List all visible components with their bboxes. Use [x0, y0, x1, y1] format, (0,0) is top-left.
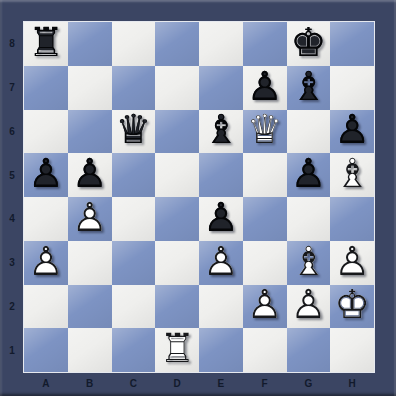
rank-labels: 87654321 [0, 22, 24, 372]
piece-white-bishop-h5[interactable]: ♝♗ [330, 153, 374, 197]
piece-outline-icon: ♖ [24, 20, 68, 64]
piece-outline-icon: ♙ [243, 64, 287, 108]
square-h5[interactable]: ♝♗ [330, 153, 374, 197]
square-d2[interactable] [155, 285, 199, 329]
piece-white-rook-d1[interactable]: ♜♖ [155, 328, 199, 372]
file-labels: ABCDEFGH [24, 373, 374, 393]
square-b4[interactable]: ♟♙ [68, 197, 112, 241]
square-e2[interactable] [199, 285, 243, 329]
square-g5[interactable]: ♟♙ [287, 153, 331, 197]
file-label-b: B [68, 373, 112, 393]
piece-white-queen-f6[interactable]: ♛♕ [243, 110, 287, 154]
square-h6[interactable]: ♟♙ [330, 110, 374, 154]
square-g8[interactable]: ♚♔ [287, 22, 331, 66]
square-h8[interactable] [330, 22, 374, 66]
piece-black-pawn-b5[interactable]: ♟♙ [68, 153, 112, 197]
square-g2[interactable]: ♟♙ [287, 285, 331, 329]
piece-outline-icon: ♙ [243, 283, 287, 327]
square-f1[interactable] [243, 328, 287, 372]
square-f8[interactable] [243, 22, 287, 66]
square-a4[interactable] [24, 197, 68, 241]
file-label-f: F [243, 373, 287, 393]
piece-black-pawn-f7[interactable]: ♟♙ [243, 66, 287, 110]
square-a1[interactable] [24, 328, 68, 372]
square-f7[interactable]: ♟♙ [243, 66, 287, 110]
square-b8[interactable] [68, 22, 112, 66]
square-a2[interactable] [24, 285, 68, 329]
file-label-g: G [287, 373, 331, 393]
rank-label-4: 4 [0, 197, 24, 241]
piece-black-rook-a8[interactable]: ♜♖ [24, 22, 68, 66]
rank-label-8: 8 [0, 22, 24, 66]
square-c4[interactable] [112, 197, 156, 241]
rank-label-3: 3 [0, 241, 24, 285]
square-d3[interactable] [155, 241, 199, 285]
piece-white-king-h2[interactable]: ♚♔ [330, 285, 374, 329]
rank-label-1: 1 [0, 328, 24, 372]
square-c2[interactable] [112, 285, 156, 329]
square-g7[interactable]: ♝♗ [287, 66, 331, 110]
square-f6[interactable]: ♛♕ [243, 110, 287, 154]
piece-outline-icon: ♙ [330, 239, 374, 283]
file-label-a: A [24, 373, 68, 393]
piece-outline-icon: ♖ [155, 326, 199, 370]
piece-white-pawn-f2[interactable]: ♟♙ [243, 285, 287, 329]
piece-white-pawn-g2[interactable]: ♟♙ [287, 285, 331, 329]
piece-white-bishop-g3[interactable]: ♝♗ [287, 241, 331, 285]
piece-black-pawn-a5[interactable]: ♟♙ [24, 153, 68, 197]
piece-outline-icon: ♔ [330, 283, 374, 327]
square-e7[interactable] [199, 66, 243, 110]
square-d5[interactable] [155, 153, 199, 197]
square-f5[interactable] [243, 153, 287, 197]
piece-outline-icon: ♙ [24, 151, 68, 195]
piece-outline-icon: ♗ [287, 239, 331, 283]
piece-black-king-g8[interactable]: ♚♔ [287, 22, 331, 66]
file-label-e: E [199, 373, 243, 393]
square-e5[interactable] [199, 153, 243, 197]
square-e1[interactable] [199, 328, 243, 372]
file-label-c: C [112, 373, 156, 393]
chess-board-frame: 87654321 ABCDEFGH ♜♖♚♔♟♙♝♗♛♕♝♗♛♕♟♙♟♙♟♙♟♙… [0, 0, 396, 396]
square-b7[interactable] [68, 66, 112, 110]
square-h3[interactable]: ♟♙ [330, 241, 374, 285]
square-a7[interactable] [24, 66, 68, 110]
square-e4[interactable]: ♟♙ [199, 197, 243, 241]
square-d6[interactable] [155, 110, 199, 154]
rank-label-5: 5 [0, 153, 24, 197]
square-b2[interactable] [68, 285, 112, 329]
square-f3[interactable] [243, 241, 287, 285]
piece-white-pawn-a3[interactable]: ♟♙ [24, 241, 68, 285]
square-e8[interactable] [199, 22, 243, 66]
square-c5[interactable] [112, 153, 156, 197]
piece-black-pawn-e4[interactable]: ♟♙ [199, 197, 243, 241]
square-h2[interactable]: ♚♔ [330, 285, 374, 329]
piece-white-pawn-e3[interactable]: ♟♙ [199, 241, 243, 285]
square-h1[interactable] [330, 328, 374, 372]
square-b5[interactable]: ♟♙ [68, 153, 112, 197]
square-h7[interactable] [330, 66, 374, 110]
square-a6[interactable] [24, 110, 68, 154]
file-label-d: D [155, 373, 199, 393]
piece-black-queen-c6[interactable]: ♛♕ [112, 110, 156, 154]
piece-white-pawn-h3[interactable]: ♟♙ [330, 241, 374, 285]
piece-black-pawn-g5[interactable]: ♟♙ [287, 153, 331, 197]
square-c8[interactable] [112, 22, 156, 66]
square-a5[interactable]: ♟♙ [24, 153, 68, 197]
square-e6[interactable]: ♝♗ [199, 110, 243, 154]
square-c3[interactable] [112, 241, 156, 285]
piece-outline-icon: ♙ [199, 239, 243, 283]
square-h4[interactable] [330, 197, 374, 241]
square-c7[interactable] [112, 66, 156, 110]
piece-outline-icon: ♕ [243, 108, 287, 152]
piece-outline-icon: ♙ [68, 151, 112, 195]
piece-outline-icon: ♗ [287, 64, 331, 108]
piece-black-bishop-e6[interactable]: ♝♗ [199, 110, 243, 154]
square-d4[interactable] [155, 197, 199, 241]
square-d8[interactable] [155, 22, 199, 66]
board: ♜♖♚♔♟♙♝♗♛♕♝♗♛♕♟♙♟♙♟♙♟♙♝♗♟♙♟♙♟♙♟♙♝♗♟♙♟♙♟♙… [24, 22, 374, 372]
file-label-h: H [330, 373, 374, 393]
square-a3[interactable]: ♟♙ [24, 241, 68, 285]
piece-outline-icon: ♗ [199, 108, 243, 152]
piece-outline-icon: ♙ [287, 151, 331, 195]
piece-black-pawn-h6[interactable]: ♟♙ [330, 110, 374, 154]
square-b3[interactable] [68, 241, 112, 285]
square-c1[interactable] [112, 328, 156, 372]
rank-label-7: 7 [0, 66, 24, 110]
square-b6[interactable] [68, 110, 112, 154]
square-d1[interactable]: ♜♖ [155, 328, 199, 372]
square-b1[interactable] [68, 328, 112, 372]
rank-label-6: 6 [0, 110, 24, 154]
piece-outline-icon: ♗ [330, 151, 374, 195]
piece-outline-icon: ♙ [68, 195, 112, 239]
square-g3[interactable]: ♝♗ [287, 241, 331, 285]
piece-white-pawn-b4[interactable]: ♟♙ [68, 197, 112, 241]
square-e3[interactable]: ♟♙ [199, 241, 243, 285]
piece-outline-icon: ♔ [287, 20, 331, 64]
square-a8[interactable]: ♜♖ [24, 22, 68, 66]
square-d7[interactable] [155, 66, 199, 110]
piece-outline-icon: ♙ [199, 195, 243, 239]
square-f4[interactable] [243, 197, 287, 241]
piece-outline-icon: ♙ [24, 239, 68, 283]
piece-outline-icon: ♕ [112, 108, 156, 152]
square-g6[interactable] [287, 110, 331, 154]
piece-outline-icon: ♙ [287, 283, 331, 327]
rank-label-2: 2 [0, 285, 24, 329]
square-g1[interactable] [287, 328, 331, 372]
square-c6[interactable]: ♛♕ [112, 110, 156, 154]
piece-outline-icon: ♙ [330, 108, 374, 152]
piece-black-bishop-g7[interactable]: ♝♗ [287, 66, 331, 110]
square-f2[interactable]: ♟♙ [243, 285, 287, 329]
square-g4[interactable] [287, 197, 331, 241]
